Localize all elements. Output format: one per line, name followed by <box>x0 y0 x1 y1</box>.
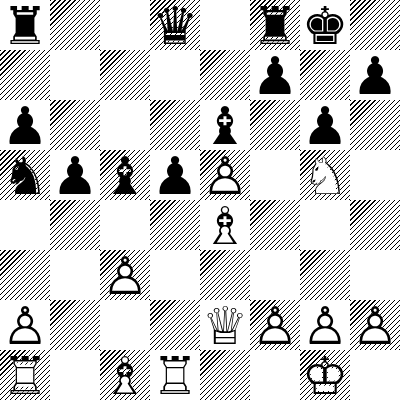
piece-white-pawn-h2[interactable]: ♙︎ <box>350 301 400 351</box>
square-b4[interactable] <box>50 200 100 250</box>
square-f3[interactable] <box>250 250 300 300</box>
square-g1[interactable]: ♚︎♔︎ <box>300 350 350 400</box>
square-c1[interactable]: ♝︎♗︎ <box>100 350 150 400</box>
piece-white-pawn-e5[interactable]: ♙︎ <box>200 151 250 201</box>
square-e6[interactable]: ♝︎♝︎ <box>200 100 250 150</box>
square-d3[interactable] <box>150 250 200 300</box>
square-h4[interactable] <box>350 200 400 250</box>
piece-fill-layer: ♟︎ <box>350 301 400 351</box>
square-c3[interactable]: ♟︎♙︎ <box>100 250 150 300</box>
piece-fill-layer: ♚︎ <box>300 1 350 51</box>
chess-board: ♜︎♜︎♛︎♛︎♜︎♜︎♚︎♚︎♟︎♟︎♟︎♟︎♟︎♟︎♝︎♝︎♟︎♟︎♞︎♞︎… <box>0 0 400 400</box>
square-f8[interactable]: ♜︎♜︎ <box>250 0 300 50</box>
piece-fill-layer: ♟︎ <box>150 151 200 201</box>
piece-fill-layer: ♟︎ <box>300 301 350 351</box>
piece-fill-layer: ♟︎ <box>250 51 300 101</box>
piece-white-pawn-f2[interactable]: ♙︎ <box>250 301 300 351</box>
piece-fill-layer: ♜︎ <box>0 1 50 51</box>
square-a6[interactable]: ♟︎♟︎ <box>0 100 50 150</box>
piece-fill-layer: ♟︎ <box>250 301 300 351</box>
piece-white-rook-a1[interactable]: ♖︎ <box>0 351 50 400</box>
piece-white-queen-e2[interactable]: ♕︎ <box>200 301 250 351</box>
square-d2[interactable] <box>150 300 200 350</box>
piece-black-knight-a5[interactable]: ♞︎ <box>0 151 50 201</box>
square-h6[interactable] <box>350 100 400 150</box>
square-c4[interactable] <box>100 200 150 250</box>
square-e5[interactable]: ♟︎♙︎ <box>200 150 250 200</box>
piece-white-bishop-e4[interactable]: ♗︎ <box>200 201 250 251</box>
square-d5[interactable]: ♟︎♟︎ <box>150 150 200 200</box>
square-b5[interactable]: ♟︎♟︎ <box>50 150 100 200</box>
piece-white-pawn-a2[interactable]: ♙︎ <box>0 301 50 351</box>
piece-white-king-g1[interactable]: ♔︎ <box>300 351 350 400</box>
square-b2[interactable] <box>50 300 100 350</box>
piece-white-knight-g5[interactable]: ♘︎ <box>300 151 350 201</box>
piece-fill-layer: ♟︎ <box>350 51 400 101</box>
square-a3[interactable] <box>0 250 50 300</box>
square-b8[interactable] <box>50 0 100 50</box>
square-c2[interactable] <box>100 300 150 350</box>
piece-white-pawn-c3[interactable]: ♙︎ <box>100 251 150 301</box>
piece-fill-layer: ♚︎ <box>300 351 350 400</box>
square-f4[interactable] <box>250 200 300 250</box>
piece-black-queen-d8[interactable]: ♛︎ <box>150 1 200 51</box>
square-g7[interactable] <box>300 50 350 100</box>
piece-white-bishop-c1[interactable]: ♗︎ <box>100 351 150 400</box>
piece-black-king-g8[interactable]: ♚︎ <box>300 1 350 51</box>
piece-white-pawn-g2[interactable]: ♙︎ <box>300 301 350 351</box>
square-e3[interactable] <box>200 250 250 300</box>
square-h3[interactable] <box>350 250 400 300</box>
square-d4[interactable] <box>150 200 200 250</box>
square-h8[interactable] <box>350 0 400 50</box>
square-c7[interactable] <box>100 50 150 100</box>
piece-fill-layer: ♛︎ <box>150 1 200 51</box>
square-b7[interactable] <box>50 50 100 100</box>
piece-black-pawn-d5[interactable]: ♟︎ <box>150 151 200 201</box>
square-d6[interactable] <box>150 100 200 150</box>
square-c5[interactable]: ♝︎♝︎ <box>100 150 150 200</box>
piece-fill-layer: ♟︎ <box>0 101 50 151</box>
piece-fill-layer: ♜︎ <box>0 351 50 400</box>
square-g8[interactable]: ♚︎♚︎ <box>300 0 350 50</box>
square-h5[interactable] <box>350 150 400 200</box>
piece-black-pawn-h7[interactable]: ♟︎ <box>350 51 400 101</box>
piece-fill-layer: ♞︎ <box>300 151 350 201</box>
square-g6[interactable]: ♟︎♟︎ <box>300 100 350 150</box>
square-f5[interactable] <box>250 150 300 200</box>
piece-fill-layer: ♝︎ <box>100 351 150 400</box>
piece-fill-layer: ♟︎ <box>200 151 250 201</box>
square-e2[interactable]: ♛︎♕︎ <box>200 300 250 350</box>
square-f1[interactable] <box>250 350 300 400</box>
square-g2[interactable]: ♟︎♙︎ <box>300 300 350 350</box>
square-f7[interactable]: ♟︎♟︎ <box>250 50 300 100</box>
piece-fill-layer: ♟︎ <box>300 101 350 151</box>
piece-fill-layer: ♝︎ <box>200 201 250 251</box>
square-e1[interactable] <box>200 350 250 400</box>
piece-fill-layer: ♟︎ <box>0 301 50 351</box>
square-b3[interactable] <box>50 250 100 300</box>
piece-fill-layer: ♛︎ <box>200 301 250 351</box>
piece-black-pawn-b5[interactable]: ♟︎ <box>50 151 100 201</box>
square-g3[interactable] <box>300 250 350 300</box>
square-b6[interactable] <box>50 100 100 150</box>
piece-white-rook-d1[interactable]: ♖︎ <box>150 351 200 400</box>
square-a8[interactable]: ♜︎♜︎ <box>0 0 50 50</box>
square-f2[interactable]: ♟︎♙︎ <box>250 300 300 350</box>
square-g4[interactable] <box>300 200 350 250</box>
piece-fill-layer: ♟︎ <box>100 251 150 301</box>
piece-fill-layer: ♜︎ <box>250 1 300 51</box>
square-h1[interactable] <box>350 350 400 400</box>
piece-black-rook-a8[interactable]: ♜︎ <box>0 1 50 51</box>
square-a7[interactable] <box>0 50 50 100</box>
square-h7[interactable]: ♟︎♟︎ <box>350 50 400 100</box>
piece-fill-layer: ♟︎ <box>50 151 100 201</box>
square-f6[interactable] <box>250 100 300 150</box>
square-b1[interactable] <box>50 350 100 400</box>
piece-black-pawn-g6[interactable]: ♟︎ <box>300 101 350 151</box>
square-d7[interactable] <box>150 50 200 100</box>
square-g5[interactable]: ♞︎♘︎ <box>300 150 350 200</box>
square-e4[interactable]: ♝︎♗︎ <box>200 200 250 250</box>
square-c6[interactable] <box>100 100 150 150</box>
piece-black-bishop-c5[interactable]: ♝︎ <box>100 151 150 201</box>
piece-black-pawn-f7[interactable]: ♟︎ <box>250 51 300 101</box>
square-e7[interactable] <box>200 50 250 100</box>
piece-fill-layer: ♜︎ <box>150 351 200 400</box>
piece-black-bishop-e6[interactable]: ♝︎ <box>200 101 250 151</box>
piece-black-rook-f8[interactable]: ♜︎ <box>250 1 300 51</box>
square-a2[interactable]: ♟︎♙︎ <box>0 300 50 350</box>
square-d1[interactable]: ♜︎♖︎ <box>150 350 200 400</box>
square-c8[interactable] <box>100 0 150 50</box>
square-a5[interactable]: ♞︎♞︎ <box>0 150 50 200</box>
piece-fill-layer: ♝︎ <box>100 151 150 201</box>
square-e8[interactable] <box>200 0 250 50</box>
square-h2[interactable]: ♟︎♙︎ <box>350 300 400 350</box>
square-d8[interactable]: ♛︎♛︎ <box>150 0 200 50</box>
piece-fill-layer: ♝︎ <box>200 101 250 151</box>
square-a4[interactable] <box>0 200 50 250</box>
piece-black-pawn-a6[interactable]: ♟︎ <box>0 101 50 151</box>
piece-fill-layer: ♞︎ <box>0 151 50 201</box>
square-a1[interactable]: ♜︎♖︎ <box>0 350 50 400</box>
